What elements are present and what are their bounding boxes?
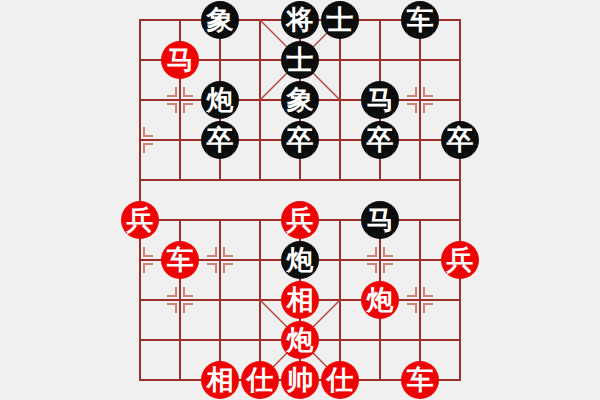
piece-black-horse[interactable]: 马 — [361, 81, 399, 119]
piece-red-soldier[interactable]: 兵 — [121, 201, 159, 239]
piece-black-advisor[interactable]: 士 — [321, 1, 359, 39]
xiangqi-board: 象将士车马士炮象马卒卒卒卒兵兵马车炮兵相炮炮相仕帅仕车 — [0, 0, 600, 400]
piece-red-chariot[interactable]: 车 — [401, 361, 439, 399]
piece-red-advisor[interactable]: 仕 — [321, 361, 359, 399]
piece-red-horse[interactable]: 马 — [161, 41, 199, 79]
piece-black-elephant[interactable]: 象 — [201, 1, 239, 39]
piece-black-cannon[interactable]: 炮 — [281, 241, 319, 279]
piece-black-horse[interactable]: 马 — [361, 201, 399, 239]
piece-red-elephant[interactable]: 相 — [281, 281, 319, 319]
piece-black-advisor[interactable]: 士 — [281, 41, 319, 79]
piece-red-elephant[interactable]: 相 — [201, 361, 239, 399]
piece-black-soldier[interactable]: 卒 — [281, 121, 319, 159]
piece-black-cannon[interactable]: 炮 — [201, 81, 239, 119]
piece-red-cannon[interactable]: 炮 — [281, 321, 319, 359]
piece-black-general[interactable]: 将 — [281, 1, 319, 39]
piece-black-soldier[interactable]: 卒 — [361, 121, 399, 159]
piece-red-general[interactable]: 帅 — [281, 361, 319, 399]
piece-red-soldier[interactable]: 兵 — [441, 241, 479, 279]
piece-black-chariot[interactable]: 车 — [401, 1, 439, 39]
piece-red-soldier[interactable]: 兵 — [281, 201, 319, 239]
piece-black-soldier[interactable]: 卒 — [441, 121, 479, 159]
piece-red-advisor[interactable]: 仕 — [241, 361, 279, 399]
piece-red-chariot[interactable]: 车 — [161, 241, 199, 279]
piece-black-elephant[interactable]: 象 — [281, 81, 319, 119]
piece-black-soldier[interactable]: 卒 — [201, 121, 239, 159]
piece-red-cannon[interactable]: 炮 — [361, 281, 399, 319]
